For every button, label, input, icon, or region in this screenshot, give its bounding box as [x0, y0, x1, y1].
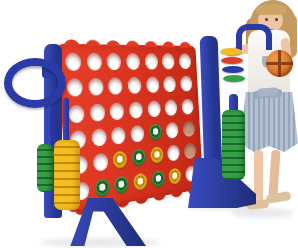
board-cell-d6 — [124, 50, 142, 73]
board-cell-f2 — [165, 142, 181, 165]
board-cell-c3 — [109, 124, 128, 148]
board-cell-e3 — [147, 121, 164, 144]
product-photo-scene — [0, 0, 298, 248]
empty-hole — [69, 105, 85, 124]
child-leg — [268, 150, 280, 198]
empty-hole — [127, 77, 141, 94]
board-cell-g6 — [177, 51, 193, 72]
child-shorts-bow — [258, 87, 279, 96]
empty-hole — [146, 77, 160, 94]
empty-hole — [166, 122, 179, 139]
board-cell-b3 — [89, 125, 109, 150]
yellow-disc — [168, 167, 181, 184]
board-cell-b1 — [92, 175, 112, 201]
empty-hole — [93, 153, 109, 172]
empty-hole — [130, 125, 144, 143]
frame-post-right — [200, 36, 223, 175]
child-bangs — [256, 4, 286, 15]
board-cell-f5 — [161, 74, 178, 96]
board-cell-e5 — [144, 74, 161, 96]
ring-toss-hook-icon — [236, 24, 272, 50]
hanging-ring-yellow — [220, 48, 242, 55]
green-disc — [94, 178, 109, 197]
empty-hole — [144, 53, 158, 69]
board-cell-g3 — [181, 118, 197, 140]
green-disc — [114, 175, 129, 194]
board-cell-b4 — [87, 100, 107, 125]
board-cell-d2 — [130, 146, 148, 170]
board-cell-c2 — [111, 148, 130, 173]
empty-hole — [88, 78, 104, 96]
board-cell-b5 — [86, 75, 106, 99]
child-shorts — [240, 92, 298, 152]
empty-hole — [108, 78, 123, 95]
board-cell-e2 — [148, 144, 165, 168]
board-cell-a5 — [65, 76, 86, 101]
board-cell-a4 — [66, 101, 87, 126]
empty-hole — [111, 127, 126, 145]
empty-hole — [162, 54, 175, 70]
child-eye — [275, 18, 278, 21]
board-cell-f3 — [164, 119, 180, 142]
board-scallop-top — [60, 36, 193, 48]
board-cell-c1 — [112, 172, 131, 197]
board-cell-f1 — [167, 165, 183, 188]
ring-toss-post — [48, 106, 53, 148]
empty-hole — [91, 128, 107, 147]
board-cell-c4 — [108, 99, 127, 123]
board-cell-e6 — [142, 51, 159, 73]
empty-hole — [65, 53, 82, 71]
yellow-disc — [133, 173, 147, 191]
board-cell-e1 — [149, 167, 166, 191]
empty-hole — [107, 53, 122, 70]
child-eye — [265, 18, 268, 21]
ring-toss-post — [63, 98, 69, 146]
board-cell-f4 — [163, 97, 180, 119]
empty-hole — [90, 103, 106, 121]
empty-hole — [110, 102, 125, 120]
board-cell-c5 — [106, 75, 125, 98]
board-cell-d5 — [125, 74, 143, 97]
empty-hole — [167, 145, 180, 162]
hanging-ring-green — [223, 75, 245, 82]
yellow-disc — [150, 147, 163, 165]
empty-hole — [165, 99, 178, 115]
basketball-hoop-icon — [4, 58, 66, 108]
green-disc — [132, 149, 146, 167]
board-cell-b2 — [91, 150, 111, 175]
board-cell-d4 — [127, 98, 145, 121]
empty-hole — [184, 143, 196, 160]
empty-hole — [163, 77, 176, 93]
empty-hole — [147, 100, 161, 117]
board-cell-a6 — [63, 50, 84, 74]
empty-hole — [179, 54, 191, 70]
board-cell-f6 — [160, 51, 177, 73]
board-cell-b6 — [84, 50, 104, 74]
hanging-ring-red — [221, 57, 243, 64]
empty-hole — [86, 53, 102, 71]
empty-hole — [180, 76, 192, 92]
basketball — [266, 50, 293, 77]
board-grid — [63, 50, 199, 204]
board-cell-d1 — [131, 169, 149, 194]
hanging-ring-blue — [222, 66, 244, 73]
green-disc — [148, 124, 162, 141]
ring-stack-green-left — [37, 144, 53, 192]
empty-hole — [126, 53, 140, 70]
ring-stack-green-right — [222, 110, 245, 180]
yellow-disc — [113, 151, 128, 169]
empty-hole — [182, 121, 194, 137]
board-cell-e4 — [145, 97, 162, 120]
green-disc — [151, 170, 164, 188]
board-cell-c6 — [105, 50, 124, 73]
empty-hole — [129, 101, 143, 118]
ring-stack-yellow — [54, 140, 80, 210]
board-cell-g5 — [178, 73, 194, 94]
empty-hole — [181, 98, 193, 114]
board-cell-g4 — [179, 96, 195, 118]
board-cell-d3 — [128, 122, 146, 146]
empty-hole — [67, 79, 83, 97]
